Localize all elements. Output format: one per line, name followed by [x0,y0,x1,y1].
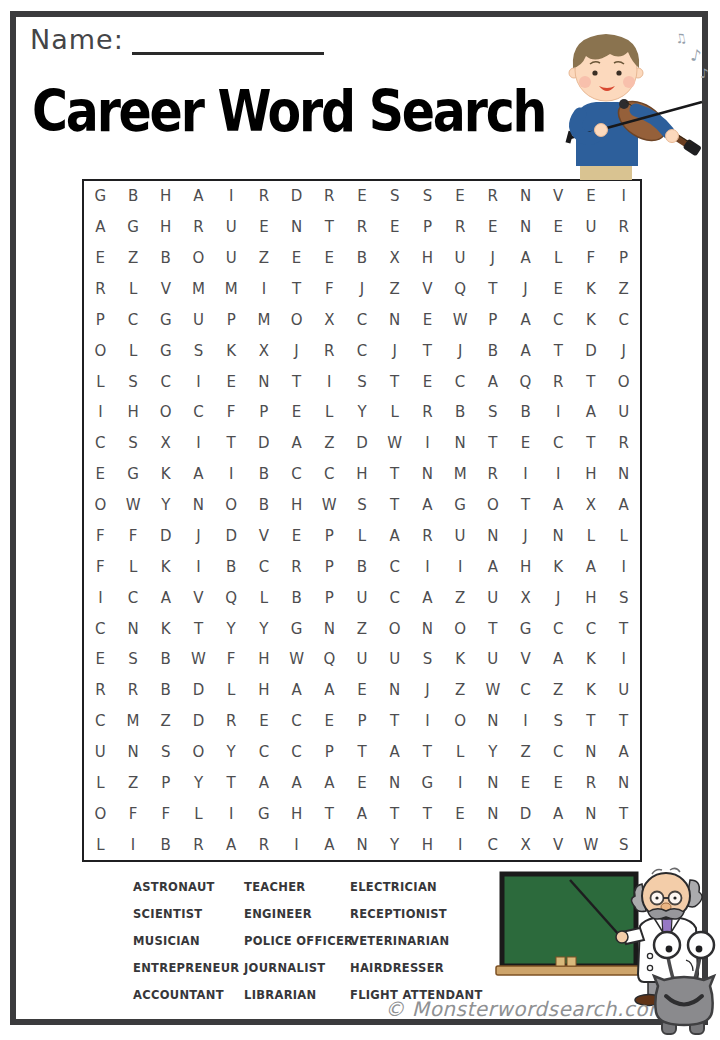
grid-cell-r18c6[interactable]: E [248,706,281,737]
grid-cell-r10c12[interactable]: M [444,459,477,490]
grid-cell-r2c12[interactable]: R [444,212,477,243]
grid-cell-r9c7[interactable]: A [280,428,313,459]
grid-cell-r3c13[interactable]: J [476,243,509,274]
grid-cell-r6c6[interactable]: X [248,335,281,366]
grid-cell-r19c4[interactable]: O [182,737,215,768]
grid-cell-r1c4[interactable]: A [182,181,215,212]
grid-cell-r2c13[interactable]: E [476,212,509,243]
grid-cell-r12c15[interactable]: N [542,520,575,551]
grid-cell-r9c17[interactable]: R [607,428,640,459]
grid-cell-r4c2[interactable]: L [117,274,150,305]
grid-cell-r8c4[interactable]: C [182,397,215,428]
grid-cell-r21c4[interactable]: L [182,798,215,829]
grid-cell-r8c15[interactable]: I [542,397,575,428]
grid-cell-r10c16[interactable]: H [575,459,608,490]
grid-cell-r4c11[interactable]: V [411,274,444,305]
grid-cell-r5c7[interactable]: O [280,304,313,335]
grid-cell-r9c16[interactable]: T [575,428,608,459]
grid-cell-r16c11[interactable]: S [411,644,444,675]
grid-cell-r19c2[interactable]: N [117,737,150,768]
grid-cell-r22c11[interactable]: H [411,829,444,860]
grid-cell-r1c7[interactable]: D [280,181,313,212]
grid-cell-r4c13[interactable]: T [476,274,509,305]
grid-cell-r10c14[interactable]: I [509,459,542,490]
grid-cell-r14c13[interactable]: U [476,582,509,613]
grid-cell-r7c12[interactable]: C [444,366,477,397]
grid-cell-r2c3[interactable]: H [149,212,182,243]
grid-cell-r21c10[interactable]: T [378,798,411,829]
grid-cell-r15c14[interactable]: G [509,613,542,644]
grid-cell-r9c8[interactable]: Z [313,428,346,459]
grid-cell-r11c9[interactable]: S [346,490,379,521]
grid-cell-r9c5[interactable]: T [215,428,248,459]
grid-cell-r18c5[interactable]: R [215,706,248,737]
grid-cell-r2c14[interactable]: N [509,212,542,243]
grid-cell-r6c3[interactable]: G [149,335,182,366]
grid-cell-r20c8[interactable]: A [313,767,346,798]
grid-cell-r2c2[interactable]: G [117,212,150,243]
grid-cell-r10c7[interactable]: C [280,459,313,490]
grid-cell-r13c5[interactable]: B [215,551,248,582]
grid-cell-r21c3[interactable]: F [149,798,182,829]
grid-cell-r5c2[interactable]: C [117,304,150,335]
grid-cell-r12c7[interactable]: E [280,520,313,551]
grid-cell-r18c4[interactable]: D [182,706,215,737]
grid-cell-r20c16[interactable]: R [575,767,608,798]
grid-cell-r20c5[interactable]: T [215,767,248,798]
grid-cell-r12c9[interactable]: L [346,520,379,551]
grid-cell-r18c7[interactable]: C [280,706,313,737]
grid-cell-r22c7[interactable]: I [280,829,313,860]
grid-cell-r9c15[interactable]: C [542,428,575,459]
grid-cell-r12c2[interactable]: F [117,520,150,551]
grid-cell-r6c14[interactable]: A [509,335,542,366]
grid-cell-r14c15[interactable]: J [542,582,575,613]
grid-cell-r22c17[interactable]: S [607,829,640,860]
grid-cell-r11c13[interactable]: O [476,490,509,521]
grid-cell-r21c14[interactable]: D [509,798,542,829]
name-blank-line[interactable] [132,26,324,55]
grid-cell-r11c2[interactable]: W [117,490,150,521]
grid-cell-r8c16[interactable]: A [575,397,608,428]
grid-cell-r21c12[interactable]: E [444,798,477,829]
grid-cell-r11c6[interactable]: B [248,490,281,521]
grid-cell-r7c10[interactable]: T [378,366,411,397]
grid-cell-r6c4[interactable]: S [182,335,215,366]
grid-cell-r17c2[interactable]: R [117,675,150,706]
grid-cell-r14c8[interactable]: P [313,582,346,613]
grid-cell-r10c13[interactable]: R [476,459,509,490]
grid-cell-r2c10[interactable]: E [378,212,411,243]
grid-cell-r22c1[interactable]: L [84,829,117,860]
grid-cell-r20c10[interactable]: N [378,767,411,798]
grid-cell-r13c15[interactable]: K [542,551,575,582]
grid-cell-r7c8[interactable]: I [313,366,346,397]
grid-cell-r2c5[interactable]: U [215,212,248,243]
grid-cell-r9c12[interactable]: N [444,428,477,459]
grid-cell-r22c8[interactable]: A [313,829,346,860]
grid-cell-r8c11[interactable]: R [411,397,444,428]
grid-cell-r17c8[interactable]: A [313,675,346,706]
grid-cell-r13c1[interactable]: F [84,551,117,582]
grid-cell-r11c14[interactable]: T [509,490,542,521]
grid-cell-r16c5[interactable]: F [215,644,248,675]
grid-cell-r20c2[interactable]: Z [117,767,150,798]
grid-cell-r6c8[interactable]: R [313,335,346,366]
grid-cell-r10c11[interactable]: N [411,459,444,490]
grid-cell-r15c5[interactable]: Y [215,613,248,644]
grid-cell-r16c6[interactable]: H [248,644,281,675]
grid-cell-r13c11[interactable]: I [411,551,444,582]
grid-cell-r5c16[interactable]: K [575,304,608,335]
grid-cell-r7c2[interactable]: S [117,366,150,397]
grid-cell-r7c5[interactable]: E [215,366,248,397]
grid-cell-r21c8[interactable]: T [313,798,346,829]
grid-cell-r13c4[interactable]: I [182,551,215,582]
grid-cell-r11c17[interactable]: A [607,490,640,521]
grid-cell-r14c1[interactable]: I [84,582,117,613]
grid-cell-r4c15[interactable]: E [542,274,575,305]
grid-cell-r13c14[interactable]: H [509,551,542,582]
grid-cell-r4c9[interactable]: J [346,274,379,305]
grid-cell-r19c12[interactable]: L [444,737,477,768]
grid-cell-r5c14[interactable]: A [509,304,542,335]
grid-cell-r3c10[interactable]: X [378,243,411,274]
grid-cell-r4c12[interactable]: Q [444,274,477,305]
grid-cell-r9c6[interactable]: D [248,428,281,459]
grid-cell-r11c5[interactable]: O [215,490,248,521]
grid-cell-r1c8[interactable]: R [313,181,346,212]
grid-cell-r21c5[interactable]: I [215,798,248,829]
grid-cell-r20c14[interactable]: E [509,767,542,798]
grid-cell-r9c14[interactable]: E [509,428,542,459]
grid-cell-r16c3[interactable]: B [149,644,182,675]
grid-cell-r21c1[interactable]: O [84,798,117,829]
grid-cell-r12c16[interactable]: L [575,520,608,551]
grid-cell-r5c4[interactable]: U [182,304,215,335]
grid-cell-r17c5[interactable]: L [215,675,248,706]
grid-cell-r19c11[interactable]: T [411,737,444,768]
grid-cell-r5c13[interactable]: P [476,304,509,335]
grid-cell-r15c2[interactable]: N [117,613,150,644]
grid-cell-r11c3[interactable]: Y [149,490,182,521]
grid-cell-r17c17[interactable]: U [607,675,640,706]
grid-cell-r20c17[interactable]: N [607,767,640,798]
grid-cell-r20c13[interactable]: N [476,767,509,798]
grid-cell-r7c6[interactable]: N [248,366,281,397]
grid-cell-r20c15[interactable]: E [542,767,575,798]
grid-cell-r18c11[interactable]: I [411,706,444,737]
grid-cell-r21c6[interactable]: G [248,798,281,829]
grid-cell-r6c11[interactable]: T [411,335,444,366]
grid-cell-r1c13[interactable]: R [476,181,509,212]
grid-cell-r4c8[interactable]: F [313,274,346,305]
grid-cell-r6c5[interactable]: K [215,335,248,366]
grid-cell-r6c15[interactable]: T [542,335,575,366]
grid-cell-r7c15[interactable]: R [542,366,575,397]
grid-cell-r15c17[interactable]: T [607,613,640,644]
grid-cell-r7c3[interactable]: C [149,366,182,397]
grid-cell-r8c9[interactable]: Y [346,397,379,428]
grid-cell-r14c16[interactable]: H [575,582,608,613]
grid-cell-r2c8[interactable]: T [313,212,346,243]
grid-cell-r20c3[interactable]: P [149,767,182,798]
grid-cell-r6c7[interactable]: J [280,335,313,366]
grid-cell-r18c3[interactable]: Z [149,706,182,737]
grid-cell-r12c13[interactable]: N [476,520,509,551]
grid-cell-r16c1[interactable]: E [84,644,117,675]
grid-cell-r15c7[interactable]: G [280,613,313,644]
grid-cell-r17c9[interactable]: E [346,675,379,706]
grid-cell-r14c6[interactable]: L [248,582,281,613]
grid-cell-r19c13[interactable]: Y [476,737,509,768]
grid-cell-r10c17[interactable]: N [607,459,640,490]
grid-cell-r18c9[interactable]: P [346,706,379,737]
grid-cell-r17c3[interactable]: B [149,675,182,706]
grid-cell-r9c9[interactable]: D [346,428,379,459]
grid-cell-r20c1[interactable]: L [84,767,117,798]
grid-cell-r4c10[interactable]: Z [378,274,411,305]
grid-cell-r14c11[interactable]: A [411,582,444,613]
grid-cell-r8c13[interactable]: S [476,397,509,428]
grid-cell-r11c16[interactable]: X [575,490,608,521]
grid-cell-r15c6[interactable]: Y [248,613,281,644]
grid-cell-r1c15[interactable]: V [542,181,575,212]
grid-cell-r12c17[interactable]: L [607,520,640,551]
grid-cell-r3c16[interactable]: F [575,243,608,274]
grid-cell-r15c12[interactable]: O [444,613,477,644]
grid-cell-r22c10[interactable]: Y [378,829,411,860]
grid-cell-r10c5[interactable]: I [215,459,248,490]
grid-cell-r2c4[interactable]: R [182,212,215,243]
grid-cell-r8c1[interactable]: I [84,397,117,428]
grid-cell-r20c7[interactable]: A [280,767,313,798]
grid-cell-r19c6[interactable]: C [248,737,281,768]
grid-cell-r16c16[interactable]: K [575,644,608,675]
grid-cell-r15c3[interactable]: K [149,613,182,644]
grid-cell-r19c1[interactable]: U [84,737,117,768]
grid-cell-r7c13[interactable]: A [476,366,509,397]
grid-cell-r11c1[interactable]: O [84,490,117,521]
grid-cell-r5c8[interactable]: X [313,304,346,335]
grid-cell-r1c16[interactable]: E [575,181,608,212]
grid-cell-r10c4[interactable]: A [182,459,215,490]
grid-cell-r17c10[interactable]: N [378,675,411,706]
grid-cell-r8c12[interactable]: B [444,397,477,428]
grid-cell-r3c7[interactable]: E [280,243,313,274]
grid-cell-r14c10[interactable]: C [378,582,411,613]
grid-cell-r16c9[interactable]: U [346,644,379,675]
grid-cell-r13c8[interactable]: P [313,551,346,582]
grid-cell-r3c15[interactable]: L [542,243,575,274]
grid-cell-r1c10[interactable]: S [378,181,411,212]
grid-cell-r16c15[interactable]: A [542,644,575,675]
grid-cell-r19c17[interactable]: A [607,737,640,768]
grid-cell-r19c8[interactable]: P [313,737,346,768]
grid-cell-r4c1[interactable]: R [84,274,117,305]
grid-cell-r17c6[interactable]: H [248,675,281,706]
grid-cell-r19c14[interactable]: Z [509,737,542,768]
grid-cell-r1c3[interactable]: H [149,181,182,212]
grid-cell-r14c9[interactable]: U [346,582,379,613]
grid-cell-r10c9[interactable]: H [346,459,379,490]
grid-cell-r2c16[interactable]: U [575,212,608,243]
grid-cell-r3c6[interactable]: Z [248,243,281,274]
grid-cell-r22c13[interactable]: C [476,829,509,860]
grid-cell-r22c15[interactable]: V [542,829,575,860]
grid-cell-r18c14[interactable]: I [509,706,542,737]
grid-cell-r15c13[interactable]: T [476,613,509,644]
grid-cell-r16c4[interactable]: W [182,644,215,675]
grid-cell-r22c9[interactable]: N [346,829,379,860]
grid-cell-r16c8[interactable]: Q [313,644,346,675]
grid-cell-r5c11[interactable]: E [411,304,444,335]
grid-cell-r10c2[interactable]: G [117,459,150,490]
grid-cell-r19c9[interactable]: T [346,737,379,768]
grid-cell-r13c13[interactable]: A [476,551,509,582]
grid-cell-r13c6[interactable]: C [248,551,281,582]
grid-cell-r14c3[interactable]: A [149,582,182,613]
grid-cell-r3c3[interactable]: B [149,243,182,274]
grid-cell-r6c17[interactable]: J [607,335,640,366]
grid-cell-r2c15[interactable]: E [542,212,575,243]
grid-cell-r8c2[interactable]: H [117,397,150,428]
grid-cell-r11c10[interactable]: T [378,490,411,521]
grid-cell-r7c7[interactable]: T [280,366,313,397]
grid-cell-r5c10[interactable]: N [378,304,411,335]
grid-cell-r10c1[interactable]: E [84,459,117,490]
grid-cell-r22c5[interactable]: A [215,829,248,860]
grid-cell-r19c3[interactable]: S [149,737,182,768]
grid-cell-r20c4[interactable]: Y [182,767,215,798]
grid-cell-r11c12[interactable]: G [444,490,477,521]
grid-cell-r1c17[interactable]: I [607,181,640,212]
grid-cell-r18c8[interactable]: E [313,706,346,737]
grid-cell-r11c15[interactable]: A [542,490,575,521]
grid-cell-r16c2[interactable]: S [117,644,150,675]
grid-cell-r9c11[interactable]: I [411,428,444,459]
grid-cell-r16c12[interactable]: K [444,644,477,675]
grid-cell-r9c4[interactable]: I [182,428,215,459]
grid-cell-r14c14[interactable]: X [509,582,542,613]
grid-cell-r10c3[interactable]: K [149,459,182,490]
grid-cell-r4c3[interactable]: V [149,274,182,305]
grid-cell-r6c12[interactable]: J [444,335,477,366]
grid-cell-r7c9[interactable]: S [346,366,379,397]
grid-cell-r2c11[interactable]: P [411,212,444,243]
grid-cell-r1c6[interactable]: R [248,181,281,212]
grid-cell-r13c9[interactable]: B [346,551,379,582]
grid-cell-r11c4[interactable]: N [182,490,215,521]
grid-cell-r17c11[interactable]: J [411,675,444,706]
grid-cell-r17c15[interactable]: Z [542,675,575,706]
grid-cell-r5c5[interactable]: P [215,304,248,335]
grid-cell-r13c2[interactable]: L [117,551,150,582]
grid-cell-r8c3[interactable]: O [149,397,182,428]
grid-cell-r6c13[interactable]: B [476,335,509,366]
grid-cell-r21c11[interactable]: T [411,798,444,829]
grid-cell-r13c16[interactable]: A [575,551,608,582]
grid-cell-r10c6[interactable]: B [248,459,281,490]
grid-cell-r15c4[interactable]: T [182,613,215,644]
grid-cell-r8c6[interactable]: P [248,397,281,428]
grid-cell-r8c8[interactable]: L [313,397,346,428]
grid-cell-r3c2[interactable]: Z [117,243,150,274]
grid-cell-r8c5[interactable]: F [215,397,248,428]
grid-cell-r15c8[interactable]: N [313,613,346,644]
grid-cell-r17c16[interactable]: K [575,675,608,706]
grid-cell-r21c15[interactable]: A [542,798,575,829]
grid-cell-r17c7[interactable]: A [280,675,313,706]
grid-cell-r18c15[interactable]: S [542,706,575,737]
grid-cell-r18c1[interactable]: C [84,706,117,737]
grid-cell-r21c17[interactable]: T [607,798,640,829]
grid-cell-r1c2[interactable]: B [117,181,150,212]
grid-cell-r4c16[interactable]: K [575,274,608,305]
grid-cell-r20c6[interactable]: A [248,767,281,798]
grid-cell-r2c7[interactable]: N [280,212,313,243]
grid-cell-r5c6[interactable]: M [248,304,281,335]
grid-cell-r10c8[interactable]: C [313,459,346,490]
grid-cell-r11c8[interactable]: W [313,490,346,521]
grid-cell-r14c2[interactable]: C [117,582,150,613]
grid-cell-r7c16[interactable]: T [575,366,608,397]
grid-cell-r1c12[interactable]: E [444,181,477,212]
grid-cell-r22c4[interactable]: R [182,829,215,860]
grid-cell-r17c14[interactable]: C [509,675,542,706]
grid-cell-r16c14[interactable]: V [509,644,542,675]
grid-cell-r19c7[interactable]: C [280,737,313,768]
grid-cell-r12c5[interactable]: D [215,520,248,551]
grid-cell-r3c17[interactable]: P [607,243,640,274]
grid-cell-r5c12[interactable]: W [444,304,477,335]
grid-cell-r18c2[interactable]: M [117,706,150,737]
grid-cell-r22c3[interactable]: B [149,829,182,860]
grid-cell-r1c14[interactable]: N [509,181,542,212]
grid-cell-r6c16[interactable]: D [575,335,608,366]
grid-cell-r5c9[interactable]: C [346,304,379,335]
grid-cell-r14c4[interactable]: V [182,582,215,613]
grid-cell-r1c11[interactable]: S [411,181,444,212]
grid-cell-r6c10[interactable]: J [378,335,411,366]
grid-cell-r21c9[interactable]: A [346,798,379,829]
grid-cell-r18c13[interactable]: N [476,706,509,737]
grid-cell-r4c5[interactable]: M [215,274,248,305]
grid-cell-r4c7[interactable]: T [280,274,313,305]
grid-cell-r11c7[interactable]: H [280,490,313,521]
grid-cell-r15c10[interactable]: O [378,613,411,644]
grid-cell-r1c1[interactable]: G [84,181,117,212]
grid-cell-r7c11[interactable]: E [411,366,444,397]
grid-cell-r18c12[interactable]: O [444,706,477,737]
grid-cell-r17c4[interactable]: D [182,675,215,706]
grid-cell-r15c16[interactable]: C [575,613,608,644]
grid-cell-r19c16[interactable]: N [575,737,608,768]
grid-cell-r21c7[interactable]: H [280,798,313,829]
grid-cell-r17c13[interactable]: W [476,675,509,706]
grid-cell-r18c16[interactable]: T [575,706,608,737]
grid-cell-r12c1[interactable]: F [84,520,117,551]
grid-cell-r16c13[interactable]: U [476,644,509,675]
grid-cell-r5c15[interactable]: C [542,304,575,335]
grid-cell-r7c17[interactable]: O [607,366,640,397]
grid-cell-r18c17[interactable]: T [607,706,640,737]
grid-cell-r16c7[interactable]: W [280,644,313,675]
grid-cell-r7c1[interactable]: L [84,366,117,397]
grid-cell-r14c17[interactable]: S [607,582,640,613]
grid-cell-r12c3[interactable]: D [149,520,182,551]
grid-cell-r16c10[interactable]: U [378,644,411,675]
